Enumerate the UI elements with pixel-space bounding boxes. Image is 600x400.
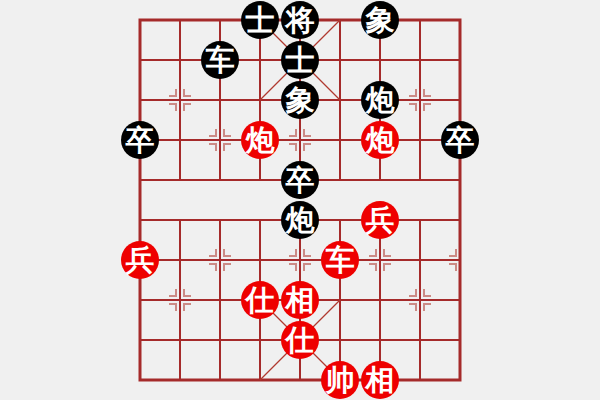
point-b2[interactable] xyxy=(160,320,200,360)
piece-black-cannon[interactable]: 炮 xyxy=(281,201,319,239)
point-d3[interactable]: 仕 xyxy=(240,280,280,320)
point-c1[interactable] xyxy=(200,360,240,400)
point-g6[interactable] xyxy=(360,160,400,200)
piece-black-soldier[interactable]: 卒 xyxy=(281,161,319,199)
piece-black-soldier[interactable]: 卒 xyxy=(441,121,479,159)
piece-red-cannon[interactable]: 炮 xyxy=(241,121,279,159)
point-g2[interactable] xyxy=(360,320,400,360)
point-b5[interactable] xyxy=(160,200,200,240)
point-i3[interactable] xyxy=(440,280,480,320)
point-i4[interactable] xyxy=(440,240,480,280)
point-i6[interactable] xyxy=(440,160,480,200)
point-a10[interactable] xyxy=(120,0,160,40)
point-g3[interactable] xyxy=(360,280,400,320)
point-d8[interactable] xyxy=(240,80,280,120)
piece-black-soldier[interactable]: 卒 xyxy=(121,121,159,159)
point-h5[interactable] xyxy=(400,200,440,240)
point-f6[interactable] xyxy=(320,160,360,200)
point-h6[interactable] xyxy=(400,160,440,200)
point-c5[interactable] xyxy=(200,200,240,240)
point-g9[interactable] xyxy=(360,40,400,80)
point-b3[interactable] xyxy=(160,280,200,320)
point-h2[interactable] xyxy=(400,320,440,360)
point-f9[interactable] xyxy=(320,40,360,80)
point-i8[interactable] xyxy=(440,80,480,120)
piece-black-advisor[interactable]: 士 xyxy=(281,41,319,79)
point-e8[interactable]: 象 xyxy=(280,80,320,120)
point-d6[interactable] xyxy=(240,160,280,200)
point-g10[interactable]: 象 xyxy=(360,0,400,40)
point-a1[interactable] xyxy=(120,360,160,400)
piece-red-elephant[interactable]: 相 xyxy=(361,361,399,399)
piece-red-advisor[interactable]: 仕 xyxy=(241,281,279,319)
point-e3[interactable]: 相 xyxy=(280,280,320,320)
point-a3[interactable] xyxy=(120,280,160,320)
point-f5[interactable] xyxy=(320,200,360,240)
point-e10[interactable]: 将 xyxy=(280,0,320,40)
point-h8[interactable] xyxy=(400,80,440,120)
point-h9[interactable] xyxy=(400,40,440,80)
point-h10[interactable] xyxy=(400,0,440,40)
point-d2[interactable] xyxy=(240,320,280,360)
point-e6[interactable]: 卒 xyxy=(280,160,320,200)
point-c2[interactable] xyxy=(200,320,240,360)
point-a6[interactable] xyxy=(120,160,160,200)
point-c6[interactable] xyxy=(200,160,240,200)
point-h4[interactable] xyxy=(400,240,440,280)
point-h1[interactable] xyxy=(400,360,440,400)
point-i1[interactable] xyxy=(440,360,480,400)
piece-red-general[interactable]: 帅 xyxy=(321,361,359,399)
piece-black-elephant[interactable]: 象 xyxy=(361,1,399,39)
point-b7[interactable] xyxy=(160,120,200,160)
point-d7[interactable]: 炮 xyxy=(240,120,280,160)
point-f8[interactable] xyxy=(320,80,360,120)
point-a2[interactable] xyxy=(120,320,160,360)
point-f4[interactable]: 车 xyxy=(320,240,360,280)
point-c8[interactable] xyxy=(200,80,240,120)
point-f2[interactable] xyxy=(320,320,360,360)
piece-red-chariot[interactable]: 车 xyxy=(321,241,359,279)
piece-black-chariot[interactable]: 车 xyxy=(201,41,239,79)
point-e1[interactable] xyxy=(280,360,320,400)
point-i7[interactable]: 卒 xyxy=(440,120,480,160)
point-g1[interactable]: 相 xyxy=(360,360,400,400)
point-f10[interactable] xyxy=(320,0,360,40)
point-b6[interactable] xyxy=(160,160,200,200)
point-f1[interactable]: 帅 xyxy=(320,360,360,400)
point-e5[interactable]: 炮 xyxy=(280,200,320,240)
point-g7[interactable]: 炮 xyxy=(360,120,400,160)
point-i2[interactable] xyxy=(440,320,480,360)
board-grid: 士将象车士象炮卒炮炮卒卒炮兵兵车仕相仕帅相 xyxy=(120,0,480,400)
point-c10[interactable] xyxy=(200,0,240,40)
point-g4[interactable] xyxy=(360,240,400,280)
point-i10[interactable] xyxy=(440,0,480,40)
piece-black-elephant[interactable]: 象 xyxy=(281,81,319,119)
piece-red-soldier[interactable]: 兵 xyxy=(121,241,159,279)
point-d5[interactable] xyxy=(240,200,280,240)
point-d9[interactable] xyxy=(240,40,280,80)
point-a8[interactable] xyxy=(120,80,160,120)
point-c7[interactable] xyxy=(200,120,240,160)
point-f3[interactable] xyxy=(320,280,360,320)
point-g5[interactable]: 兵 xyxy=(360,200,400,240)
point-d1[interactable] xyxy=(240,360,280,400)
point-i9[interactable] xyxy=(440,40,480,80)
xiangqi-board: 士将象车士象炮卒炮炮卒卒炮兵兵车仕相仕帅相 xyxy=(0,0,600,400)
point-a9[interactable] xyxy=(120,40,160,80)
point-c3[interactable] xyxy=(200,280,240,320)
point-a4[interactable]: 兵 xyxy=(120,240,160,280)
piece-black-advisor[interactable]: 士 xyxy=(241,1,279,39)
point-i5[interactable] xyxy=(440,200,480,240)
point-b1[interactable] xyxy=(160,360,200,400)
point-e4[interactable] xyxy=(280,240,320,280)
piece-red-elephant[interactable]: 相 xyxy=(281,281,319,319)
point-e9[interactable]: 士 xyxy=(280,40,320,80)
point-e7[interactable] xyxy=(280,120,320,160)
point-c9[interactable]: 车 xyxy=(200,40,240,80)
piece-red-cannon[interactable]: 炮 xyxy=(361,121,399,159)
point-f7[interactable] xyxy=(320,120,360,160)
point-h3[interactable] xyxy=(400,280,440,320)
point-d10[interactable]: 士 xyxy=(240,0,280,40)
piece-red-advisor[interactable]: 仕 xyxy=(281,321,319,359)
point-b4[interactable] xyxy=(160,240,200,280)
piece-red-soldier[interactable]: 兵 xyxy=(361,201,399,239)
point-a7[interactable]: 卒 xyxy=(120,120,160,160)
point-b10[interactable] xyxy=(160,0,200,40)
point-a5[interactable] xyxy=(120,200,160,240)
point-e2[interactable]: 仕 xyxy=(280,320,320,360)
piece-black-cannon[interactable]: 炮 xyxy=(361,81,399,119)
point-h7[interactable] xyxy=(400,120,440,160)
point-d4[interactable] xyxy=(240,240,280,280)
point-b9[interactable] xyxy=(160,40,200,80)
point-b8[interactable] xyxy=(160,80,200,120)
piece-black-general[interactable]: 将 xyxy=(281,1,319,39)
point-g8[interactable]: 炮 xyxy=(360,80,400,120)
point-c4[interactable] xyxy=(200,240,240,280)
